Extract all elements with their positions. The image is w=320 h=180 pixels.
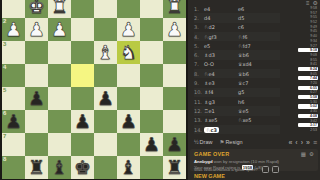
move-time: 3:42 [298, 119, 318, 123]
white-pawn[interactable]: ♟ [163, 18, 186, 41]
half-point-icon: ½ [194, 139, 199, 145]
square-f5[interactable] [48, 87, 71, 110]
move-time: 9:27 [298, 44, 318, 48]
square-c1[interactable] [117, 0, 140, 18]
move-number: 8. [194, 71, 204, 77]
resign-flag-icon: ⚑ [219, 139, 224, 145]
square-f4[interactable] [48, 64, 71, 87]
square-b8[interactable] [140, 156, 163, 179]
game-over-settings-icon[interactable]: ⚙ [309, 151, 314, 157]
game-over-title: GAME OVER [194, 151, 229, 157]
black-move[interactable]: ♕b6 [238, 52, 272, 58]
white-move-current[interactable]: ♘c3 [204, 127, 219, 133]
result-line: Annbygd won by resignation (10 min Rapid… [194, 159, 314, 164]
square-f7[interactable] [48, 133, 71, 156]
resign-button-label: Resign [225, 139, 242, 145]
move-number: 13. [194, 117, 204, 123]
move-time: 9:55 [298, 15, 318, 19]
square-h6[interactable]: 6♟ [2, 110, 25, 133]
white-pawn[interactable]: ♟ [25, 18, 48, 41]
square-e2[interactable] [71, 18, 94, 41]
prev-move-icon[interactable]: ‹ [295, 139, 297, 146]
new-game-section: NEW GAME Rematch New 10 min [194, 173, 316, 180]
white-move[interactable]: e5 [204, 43, 238, 49]
game-controls: ½ Draw ⚑ Resign « ‹ › » ≡ [194, 137, 317, 147]
square-c8[interactable]: ♝ [117, 156, 140, 179]
square-h1[interactable]: 1 [2, 0, 25, 18]
rank-label-4: 4 [3, 64, 6, 71]
move-number: 6. [194, 52, 204, 58]
rank-label-3: 3 [3, 41, 6, 48]
move-row-8: 8.♘e4♕b6 [194, 69, 280, 78]
square-b5[interactable] [140, 87, 163, 110]
square-d3[interactable]: ♝ [94, 41, 117, 64]
move-time: 9:52 [298, 20, 318, 24]
white-king[interactable]: ♚ [25, 0, 48, 18]
white-bishop[interactable]: ♝ [94, 41, 117, 64]
white-move[interactable]: d4 [204, 15, 238, 21]
black-move[interactable]: ♕xd4 [238, 61, 272, 67]
move-number: 9. [194, 80, 204, 86]
black-move[interactable]: g5 [238, 89, 272, 95]
black-move[interactable]: e6 [238, 6, 272, 12]
square-a3[interactable] [163, 41, 186, 64]
move-time: 6:55 [298, 86, 318, 90]
square-c6[interactable]: ♟ [117, 110, 140, 133]
square-e3[interactable] [71, 41, 94, 64]
move-row-11: 11.♗g3h6 [194, 97, 280, 106]
square-g4[interactable] [25, 64, 48, 87]
move-number: 12. [194, 108, 204, 114]
move-time: 2:53 [298, 128, 318, 132]
thumbs-down-icon[interactable] [272, 166, 279, 173]
move-time: 7:44 [298, 76, 318, 80]
square-c2[interactable]: ♟ [117, 18, 140, 41]
black-move[interactable]: ♕b6 [238, 71, 272, 77]
square-c5[interactable] [117, 87, 140, 110]
move-time: 8:41 [298, 62, 318, 66]
move-list[interactable]: 1.e4e62.d4d53.♘d2c64.♘gf3♘f65.e5♘fd76.♗d… [194, 4, 280, 134]
black-move[interactable]: c6 [238, 24, 272, 30]
last-move-icon[interactable]: » [306, 139, 310, 146]
good-sport-question: Was Willcannoloso a good sport? [194, 167, 258, 172]
square-e6[interactable]: ♟ [71, 110, 94, 133]
square-e5[interactable] [71, 87, 94, 110]
move-time: 4:08 [298, 114, 318, 118]
black-pawn[interactable]: ♟ [163, 133, 186, 156]
white-pawn[interactable]: ♟ [2, 18, 25, 41]
moves-menu-icon[interactable]: ≡ [313, 139, 317, 146]
move-time: 9:45 [298, 29, 318, 33]
resign-button[interactable]: ⚑ Resign [219, 139, 242, 145]
square-h8[interactable]: 8 [2, 156, 25, 179]
black-move[interactable]: ♕c7 [238, 80, 272, 86]
black-pawn[interactable]: ♟ [2, 110, 25, 133]
move-time: 6:27 [298, 90, 318, 94]
move-time: 9:57 [298, 11, 318, 15]
white-move[interactable]: ♗e3 [204, 80, 238, 86]
white-move[interactable]: ♘gf3 [204, 34, 238, 40]
draw-button[interactable]: ½ Draw [194, 139, 212, 145]
move-time: 9:49 [298, 25, 318, 29]
black-pawn[interactable]: ♟ [117, 110, 140, 133]
square-h3[interactable]: 3 [2, 41, 25, 64]
move-row-12: 12.♖e1♕e5 [194, 106, 280, 115]
move-row-14: 14.♘c3 [194, 125, 280, 134]
black-king[interactable]: ♚ [71, 156, 94, 179]
move-time: 5:58 [298, 95, 318, 99]
square-d2[interactable] [94, 18, 117, 41]
square-b6[interactable] [140, 110, 163, 133]
move-number: 10. [194, 89, 204, 95]
thumbs-up-icon[interactable] [262, 166, 269, 173]
square-f3[interactable] [48, 41, 71, 64]
white-move[interactable]: O-O [204, 61, 238, 67]
white-move[interactable]: ♘d2 [204, 24, 238, 30]
square-e1[interactable] [71, 0, 94, 18]
square-b4[interactable] [140, 64, 163, 87]
draw-button-label: Draw [200, 139, 213, 145]
square-c4[interactable] [117, 64, 140, 87]
move-row-13: 13.♗xe5♘xe5 [194, 116, 280, 125]
black-pawn[interactable]: ♟ [140, 133, 163, 156]
square-d8[interactable] [94, 156, 117, 179]
move-number: 4. [194, 34, 204, 40]
move-row-6: 6.♗d3♕b6 [194, 50, 280, 59]
square-c7[interactable] [117, 133, 140, 156]
white-move[interactable]: e4 [204, 6, 238, 12]
white-rook[interactable]: ♜ [48, 0, 71, 18]
move-number: 5. [194, 43, 204, 49]
move-number: 11. [194, 99, 204, 105]
square-c3[interactable]: ♞ [117, 41, 140, 64]
square-g3[interactable] [25, 41, 48, 64]
square-e8[interactable]: ♚ [71, 156, 94, 179]
white-rook[interactable]: ♜ [163, 0, 186, 18]
black-rook[interactable]: ♜ [25, 156, 48, 179]
chess-board[interactable]: 1♚♜♜2♟♟♟♟♟3♝♞45♟♟6♟♟♟7♟♟8♜♝♚♝♜ [2, 0, 186, 179]
next-move-icon[interactable]: › [301, 139, 303, 146]
square-h5[interactable]: 5 [2, 87, 25, 110]
square-g8[interactable]: ♜ [25, 156, 48, 179]
move-row-2: 2.d4d5 [194, 13, 280, 22]
square-b3[interactable] [140, 41, 163, 64]
square-d1[interactable] [94, 0, 117, 18]
square-h2[interactable]: 2♟ [2, 18, 25, 41]
square-g7[interactable] [25, 133, 48, 156]
move-time: 9:40 [298, 34, 318, 38]
move-time: 9:34 [298, 39, 318, 43]
move-row-10: 10.♗f4g5 [194, 88, 280, 97]
square-e7[interactable] [71, 133, 94, 156]
square-b7[interactable]: ♟ [140, 133, 163, 156]
square-b2[interactable] [140, 18, 163, 41]
square-g5[interactable]: ♟ [25, 87, 48, 110]
square-f8[interactable]: ♝ [48, 156, 71, 179]
square-a1[interactable]: ♜ [163, 0, 186, 18]
app-window: 1♚♜♜2♟♟♟♟♟3♝♞45♟♟6♟♟♟7♟♟8♜♝♚♝♜ ≡ ⚙ 1.e4e… [0, 0, 320, 180]
square-a6[interactable] [163, 110, 186, 133]
square-d5[interactable]: ♟ [94, 87, 117, 110]
black-move[interactable]: ♘fd7 [238, 43, 272, 49]
white-move[interactable]: ♗d3 [204, 52, 238, 58]
move-time: 9:58 [298, 6, 318, 10]
move-row-7: 7.O-O♕xd4 [194, 60, 280, 69]
white-move[interactable]: ♗g3 [204, 99, 238, 105]
move-number: 3. [194, 24, 204, 30]
rank-label-7: 7 [3, 133, 6, 140]
rank-label-5: 5 [3, 87, 6, 94]
square-g2[interactable]: ♟ [25, 18, 48, 41]
move-times-column: 9:589:579:559:529:499:459:409:349:279:18… [298, 6, 318, 132]
black-pawn[interactable]: ♟ [71, 110, 94, 133]
square-a4[interactable] [163, 64, 186, 87]
move-row-3: 3.♘d2c6 [194, 23, 280, 32]
move-number: 7. [194, 61, 204, 67]
square-h4[interactable]: 4 [2, 64, 25, 87]
move-row-1: 1.e4e6 [194, 4, 280, 13]
square-b1[interactable] [140, 0, 163, 18]
black-bishop[interactable]: ♝ [117, 156, 140, 179]
square-g1[interactable]: ♚ [25, 0, 48, 18]
black-move[interactable]: ♘xe5 [238, 117, 272, 123]
move-time: 4:35 [298, 109, 318, 113]
white-move[interactable]: ♘e4 [204, 71, 238, 77]
first-move-icon[interactable]: « [288, 139, 292, 146]
side-panel: ≡ ⚙ 1.e4e62.d4d53.♘d2c64.♘gf3♘f65.e5♘fd7… [188, 0, 320, 180]
move-time: 7:20 [298, 81, 318, 85]
black-move[interactable]: d5 [238, 15, 272, 21]
move-number: 14. [194, 127, 204, 133]
rank-label-1: 1 [3, 0, 6, 2]
black-bishop[interactable]: ♝ [48, 156, 71, 179]
black-move[interactable]: ♘f6 [238, 34, 272, 40]
move-time: 3:17 [298, 123, 318, 127]
move-time: 9:08 [298, 53, 318, 57]
black-move[interactable]: ♕e5 [238, 108, 272, 114]
rank-label-8: 8 [3, 156, 6, 163]
square-d6[interactable] [94, 110, 117, 133]
square-e4[interactable] [71, 64, 94, 87]
square-h7[interactable]: 7 [2, 133, 25, 156]
move-row-4: 4.♘gf3♘f6 [194, 32, 280, 41]
black-pawn[interactable]: ♟ [25, 87, 48, 110]
move-nav: « ‹ › » ≡ [288, 139, 317, 146]
square-a8[interactable]: ♜ [163, 156, 186, 179]
winner-name: Annbygd [194, 159, 213, 164]
square-d7[interactable] [94, 133, 117, 156]
move-time: 8:55 [298, 58, 318, 62]
white-move[interactable]: ♗f4 [204, 89, 238, 95]
square-f2[interactable]: ♟ [48, 18, 71, 41]
move-time: 8:05 [298, 72, 318, 76]
move-time: 9:18 [298, 48, 318, 52]
move-number: 2. [194, 15, 204, 21]
square-a5[interactable] [163, 87, 186, 110]
white-pawn[interactable]: ♟ [117, 18, 140, 41]
square-f1[interactable]: ♜ [48, 0, 71, 18]
square-a2[interactable]: ♟ [163, 18, 186, 41]
new-game-title: NEW GAME [194, 173, 316, 179]
black-move[interactable]: h6 [238, 99, 272, 105]
move-number: 1. [194, 6, 204, 12]
square-a7[interactable]: ♟ [163, 133, 186, 156]
analysis-board-icon[interactable]: ▦ [301, 151, 306, 157]
move-row-9: 9.♗e3♕c7 [194, 78, 280, 87]
white-pawn[interactable]: ♟ [48, 18, 71, 41]
move-time: 8:24 [298, 67, 318, 71]
white-knight[interactable]: ♞ [117, 41, 140, 64]
black-rook[interactable]: ♜ [163, 156, 186, 179]
square-f6[interactable] [48, 110, 71, 133]
square-g6[interactable] [25, 110, 48, 133]
move-row-5: 5.e5♘fd7 [194, 41, 280, 50]
good-sport-row: Was Willcannoloso a good sport? [194, 166, 316, 173]
square-d4[interactable] [94, 64, 117, 87]
white-move[interactable]: ♖e1 [204, 108, 238, 114]
move-time: 5:02 [298, 104, 318, 108]
move-time: 5:30 [298, 100, 318, 104]
black-pawn[interactable]: ♟ [94, 87, 117, 110]
white-move[interactable]: ♗xe5 [204, 117, 238, 123]
